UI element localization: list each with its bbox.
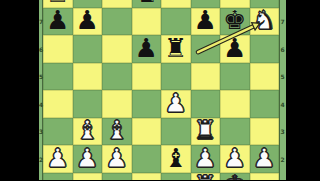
square-d7[interactable] — [132, 8, 162, 36]
white-rook-f1[interactable]: ♜ — [194, 172, 217, 180]
square-g3[interactable] — [220, 118, 250, 146]
square-c4[interactable] — [102, 90, 132, 118]
square-e4[interactable]: ♟ — [161, 90, 191, 118]
rank-label-5: 5 — [280, 73, 286, 80]
square-h5[interactable] — [250, 63, 280, 91]
black-pawn-g6[interactable]: ♟ — [223, 35, 246, 61]
rank-label-2: 2 — [280, 156, 286, 163]
black-pawn-f7[interactable]: ♟ — [194, 7, 217, 33]
square-c1[interactable] — [102, 173, 132, 181]
square-h2[interactable]: ♟ — [250, 145, 280, 173]
black-pawn-b7[interactable]: ♟ — [76, 7, 99, 33]
white-pawn-a2[interactable]: ♟ — [46, 145, 69, 171]
square-d5[interactable] — [132, 63, 162, 91]
board-grid: ♜♞♟♟♟♚♞♟♜♟♟♝♝♜♟♟♟♝♟♟♟♜♚ — [43, 0, 279, 180]
white-pawn-g2[interactable]: ♟ — [223, 145, 246, 171]
white-knight-h7[interactable]: ♞ — [253, 7, 276, 33]
square-f6[interactable] — [191, 35, 221, 63]
square-c2[interactable]: ♟ — [102, 145, 132, 173]
square-d1[interactable] — [132, 173, 162, 181]
square-d3[interactable] — [132, 118, 162, 146]
rank-label-4: 4 — [280, 101, 286, 108]
square-d8[interactable]: ♞ — [132, 0, 162, 8]
rank-label-6: 6 — [280, 46, 286, 53]
square-h7[interactable]: ♞ — [250, 8, 280, 36]
black-pawn-d6[interactable]: ♟ — [135, 35, 158, 61]
square-f2[interactable]: ♟ — [191, 145, 221, 173]
square-e8[interactable] — [161, 0, 191, 8]
square-b6[interactable] — [73, 35, 103, 63]
square-a7[interactable]: ♟ — [43, 8, 73, 36]
black-king-g7[interactable]: ♚ — [223, 7, 246, 33]
square-e3[interactable] — [161, 118, 191, 146]
square-b5[interactable] — [73, 63, 103, 91]
rank-label-2: 2 — [38, 156, 44, 163]
square-e2[interactable]: ♝ — [161, 145, 191, 173]
black-pawn-a7[interactable]: ♟ — [46, 7, 69, 33]
white-pawn-c2[interactable]: ♟ — [105, 145, 128, 171]
square-c7[interactable] — [102, 8, 132, 36]
square-d4[interactable] — [132, 90, 162, 118]
square-c6[interactable] — [102, 35, 132, 63]
square-e1[interactable] — [161, 173, 191, 181]
white-king-g1[interactable]: ♚ — [223, 172, 246, 180]
rank-label-6: 6 — [38, 46, 44, 53]
square-a2[interactable]: ♟ — [43, 145, 73, 173]
black-knight-d8[interactable]: ♞ — [135, 0, 158, 6]
square-g2[interactable]: ♟ — [220, 145, 250, 173]
rank-label-4: 4 — [38, 101, 44, 108]
square-e7[interactable] — [161, 8, 191, 36]
square-a4[interactable] — [43, 90, 73, 118]
square-f5[interactable] — [191, 63, 221, 91]
square-f1[interactable]: ♜ — [191, 173, 221, 181]
square-h4[interactable] — [250, 90, 280, 118]
square-g4[interactable] — [220, 90, 250, 118]
black-bishop-e2[interactable]: ♝ — [164, 145, 187, 171]
square-b2[interactable]: ♟ — [73, 145, 103, 173]
square-h3[interactable] — [250, 118, 280, 146]
thumbnail-canvas: ♜♞♟♟♟♚♞♟♜♟♟♝♝♜♟♟♟♝♟♟♟♜♚ 765432 765432 — [0, 0, 320, 180]
square-a1[interactable] — [43, 173, 73, 181]
square-g1[interactable]: ♚ — [220, 173, 250, 181]
square-f3[interactable]: ♜ — [191, 118, 221, 146]
white-pawn-f2[interactable]: ♟ — [194, 145, 217, 171]
white-bishop-c3[interactable]: ♝ — [105, 117, 128, 143]
rank-label-7: 7 — [280, 18, 286, 25]
black-rook-e6[interactable]: ♜ — [164, 35, 187, 61]
rank-label-5: 5 — [38, 73, 44, 80]
square-f4[interactable] — [191, 90, 221, 118]
square-e5[interactable] — [161, 63, 191, 91]
white-pawn-e4[interactable]: ♟ — [164, 90, 187, 116]
white-pawn-b2[interactable]: ♟ — [76, 145, 99, 171]
square-b3[interactable]: ♝ — [73, 118, 103, 146]
square-b4[interactable] — [73, 90, 103, 118]
chess-board: ♜♞♟♟♟♚♞♟♜♟♟♝♝♜♟♟♟♝♟♟♟♜♚ 765432 765432 — [39, 0, 286, 180]
square-a3[interactable] — [43, 118, 73, 146]
square-a5[interactable] — [43, 63, 73, 91]
square-h1[interactable] — [250, 173, 280, 181]
rank-label-3: 3 — [280, 128, 286, 135]
square-h6[interactable] — [250, 35, 280, 63]
rank-label-7: 7 — [38, 18, 44, 25]
square-b7[interactable]: ♟ — [73, 8, 103, 36]
white-pawn-h2[interactable]: ♟ — [253, 145, 276, 171]
square-e6[interactable]: ♜ — [161, 35, 191, 63]
square-g7[interactable]: ♚ — [220, 8, 250, 36]
square-g6[interactable]: ♟ — [220, 35, 250, 63]
square-c5[interactable] — [102, 63, 132, 91]
square-c8[interactable] — [102, 0, 132, 8]
square-d2[interactable] — [132, 145, 162, 173]
board-viewport: ♜♞♟♟♟♚♞♟♜♟♟♝♝♜♟♟♟♝♟♟♟♜♚ — [43, 0, 279, 180]
square-f7[interactable]: ♟ — [191, 8, 221, 36]
square-a6[interactable] — [43, 35, 73, 63]
square-b1[interactable] — [73, 173, 103, 181]
white-bishop-b3[interactable]: ♝ — [76, 117, 99, 143]
white-rook-f3[interactable]: ♜ — [194, 117, 217, 143]
square-g5[interactable] — [220, 63, 250, 91]
square-c3[interactable]: ♝ — [102, 118, 132, 146]
square-d6[interactable]: ♟ — [132, 35, 162, 63]
rank-label-3: 3 — [38, 128, 44, 135]
